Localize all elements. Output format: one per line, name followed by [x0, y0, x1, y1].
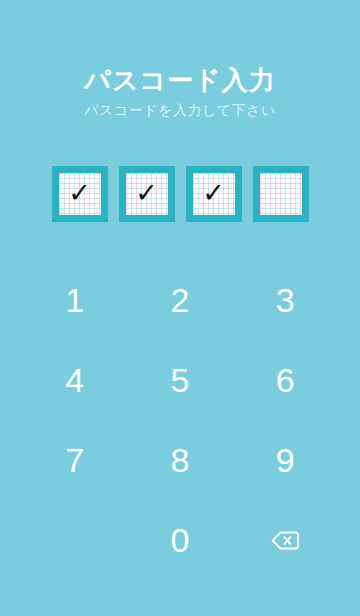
key-blank	[22, 500, 127, 580]
key-9[interactable]: 9	[233, 420, 338, 500]
key-7[interactable]: 7	[22, 420, 127, 500]
page-title: パスコード入力	[0, 63, 360, 98]
passcode-slots: ✓ ✓ ✓	[0, 166, 360, 222]
page-subtitle: パスコードを入力して下さい	[0, 102, 360, 120]
passcode-slot-paper	[260, 173, 302, 215]
passcode-slot-3: ✓	[186, 166, 242, 222]
backspace-key[interactable]	[233, 500, 338, 580]
number-pad: 1 2 3 4 5 6 7 8 9 0	[22, 260, 338, 580]
passcode-slot-paper: ✓	[193, 173, 235, 215]
passcode-slot-paper: ✓	[126, 173, 168, 215]
key-1[interactable]: 1	[22, 260, 127, 340]
key-3[interactable]: 3	[233, 260, 338, 340]
check-icon: ✓	[135, 180, 158, 207]
backspace-icon	[270, 530, 300, 551]
check-icon: ✓	[202, 180, 225, 207]
key-5[interactable]: 5	[127, 340, 232, 420]
passcode-slot-paper: ✓	[59, 173, 101, 215]
check-icon: ✓	[68, 180, 91, 207]
key-2[interactable]: 2	[127, 260, 232, 340]
passcode-slot-2: ✓	[119, 166, 175, 222]
passcode-screen: パスコード入力 パスコードを入力して下さい ✓ ✓ ✓ 1 2 3 4 5 6 …	[0, 0, 360, 616]
key-8[interactable]: 8	[127, 420, 232, 500]
key-0[interactable]: 0	[127, 500, 232, 580]
key-6[interactable]: 6	[233, 340, 338, 420]
passcode-slot-4	[253, 166, 309, 222]
key-4[interactable]: 4	[22, 340, 127, 420]
passcode-slot-1: ✓	[52, 166, 108, 222]
